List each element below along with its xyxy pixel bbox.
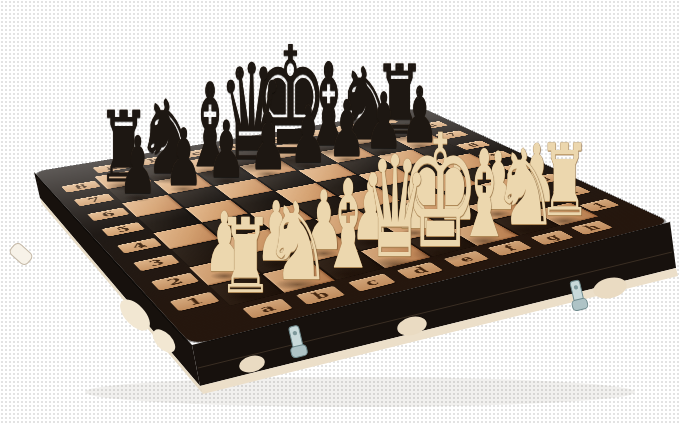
file-label-c-near: c (348, 274, 396, 292)
chess-set-photo: aa88bb77cc66dd55ee44ff33gg22hh11 ♜♞♟♝♟♚♟… (0, 0, 680, 425)
file-label-d-near: d (397, 262, 444, 279)
file-label-e-near: e (443, 251, 489, 267)
rank-label-1-left: 1 (170, 292, 220, 311)
rank-label-4-left: 4 (117, 238, 162, 254)
file-label-a-near: a (242, 299, 293, 319)
ground-shadow (85, 377, 635, 407)
box-corner-tab (8, 241, 34, 266)
rank-label-6-left: 6 (87, 207, 129, 221)
rank-label-5-left: 5 (101, 222, 145, 237)
file-label-b-near: b (296, 286, 345, 305)
rank-label-3-left: 3 (133, 255, 180, 272)
rank-label-8-left: 8 (61, 181, 101, 193)
file-label-g-near: g (530, 230, 573, 245)
file-label-h-near: h (571, 221, 613, 235)
file-label-f-near: f (488, 240, 533, 256)
rank-label-2-left: 2 (151, 273, 199, 291)
rank-label-7-left: 7 (74, 194, 115, 207)
